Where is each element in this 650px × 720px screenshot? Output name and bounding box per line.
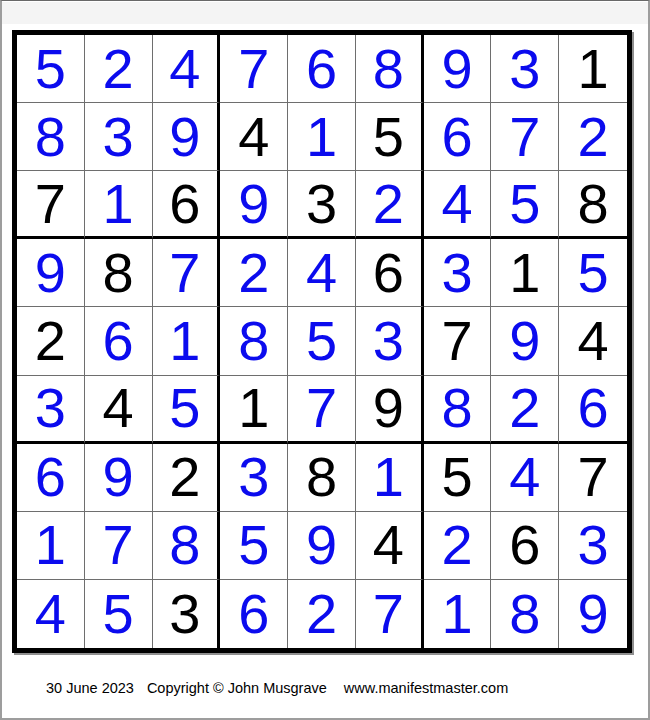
sudoku-cell-r9c4: 6 [220,580,288,648]
sudoku-cell-r5c2: 6 [85,307,153,375]
solved-digit: 3 [578,517,609,573]
given-digit: 2 [35,313,66,369]
sudoku-cell-r9c1: 4 [17,580,85,648]
solved-digit: 4 [35,586,66,642]
sudoku-cell-r7c1: 6 [17,444,85,512]
solved-digit: 9 [509,313,540,369]
sudoku-cell-r5c4: 8 [220,307,288,375]
solved-digit: 7 [373,586,404,642]
solved-digit: 8 [509,586,540,642]
solved-digit: 3 [441,245,472,301]
sudoku-cell-r9c3: 3 [153,580,221,648]
sudoku-cell-r9c2: 5 [85,580,153,648]
solved-digit: 4 [509,449,540,505]
given-digit: 8 [578,176,609,232]
solved-digit: 7 [306,380,337,436]
sudoku-cell-r4c5: 4 [288,239,356,307]
solved-digit: 2 [306,586,337,642]
given-digit: 8 [103,245,134,301]
sudoku-cell-r8c6: 4 [356,512,424,580]
solved-digit: 3 [373,313,404,369]
sudoku-cell-r4c9: 5 [559,239,627,307]
sudoku-cell-r3c5: 3 [288,171,356,239]
sudoku-cell-r5c3: 1 [153,307,221,375]
solved-digit: 3 [35,380,66,436]
sudoku-cell-r6c7: 8 [424,376,492,444]
solved-digit: 4 [306,245,337,301]
solved-digit: 4 [441,176,472,232]
given-digit: 4 [373,517,404,573]
given-digit: 6 [509,517,540,573]
sudoku-cell-r8c1: 1 [17,512,85,580]
sudoku-cell-r3c3: 6 [153,171,221,239]
given-digit: 1 [238,380,269,436]
given-digit: 6 [169,176,200,232]
sudoku-cell-r1c8: 3 [491,35,559,103]
sudoku-cell-r2c5: 1 [288,103,356,171]
given-digit: 4 [238,109,269,165]
solved-digit: 7 [509,109,540,165]
sudoku-cell-r9c7: 1 [424,580,492,648]
solved-digit: 8 [169,517,200,573]
sudoku-cell-r9c9: 9 [559,580,627,648]
solved-digit: 3 [103,109,134,165]
sudoku-board: 5247689318394156727169324589872463152618… [12,30,632,653]
given-digit: 4 [578,313,609,369]
sudoku-cell-r7c3: 2 [153,444,221,512]
sudoku-cell-r5c6: 3 [356,307,424,375]
sudoku-cell-r4c4: 2 [220,239,288,307]
given-digit: 8 [306,449,337,505]
solved-digit: 2 [578,109,609,165]
solved-digit: 6 [238,586,269,642]
given-digit: 5 [373,109,404,165]
solved-digit: 1 [373,449,404,505]
sudoku-cell-r3c8: 5 [491,171,559,239]
sudoku-cell-r7c7: 5 [424,444,492,512]
sudoku-cell-r2c8: 7 [491,103,559,171]
sudoku-cell-r3c2: 1 [85,171,153,239]
sudoku-cell-r1c1: 5 [17,35,85,103]
solved-digit: 2 [441,517,472,573]
sudoku-cell-r2c3: 9 [153,103,221,171]
solved-digit: 1 [441,586,472,642]
given-digit: 1 [578,41,609,97]
sudoku-cell-r2c1: 8 [17,103,85,171]
solved-digit: 6 [103,313,134,369]
solved-digit: 2 [509,380,540,436]
sudoku-cell-r2c4: 4 [220,103,288,171]
sudoku-cell-r8c3: 8 [153,512,221,580]
solved-digit: 1 [306,109,337,165]
sudoku-cell-r6c6: 9 [356,376,424,444]
sudoku-cell-r3c7: 4 [424,171,492,239]
sudoku-cell-r2c7: 6 [424,103,492,171]
sudoku-cell-r8c4: 5 [220,512,288,580]
sudoku-cell-r5c1: 2 [17,307,85,375]
solved-digit: 5 [238,517,269,573]
solved-digit: 8 [373,41,404,97]
solved-digit: 7 [238,41,269,97]
solved-digit: 2 [238,245,269,301]
sudoku-cell-r5c5: 5 [288,307,356,375]
given-digit: 7 [35,176,66,232]
solved-digit: 3 [238,449,269,505]
sudoku-cell-r5c8: 9 [491,307,559,375]
solved-digit: 7 [169,245,200,301]
solved-digit: 4 [169,41,200,97]
solved-digit: 5 [578,245,609,301]
sudoku-cell-r6c2: 4 [85,376,153,444]
footer-copyright: Copyright © John Musgrave [147,680,327,696]
solved-digit: 5 [103,586,134,642]
sudoku-cell-r6c3: 5 [153,376,221,444]
sudoku-cell-r8c8: 6 [491,512,559,580]
sudoku-cell-r9c8: 8 [491,580,559,648]
footer-website: www.manifestmaster.com [344,680,508,696]
footer-date: 30 June 2023 [46,680,134,696]
solved-digit: 6 [441,109,472,165]
sudoku-cell-r6c1: 3 [17,376,85,444]
sudoku-cell-r2c2: 3 [85,103,153,171]
sudoku-cell-r6c9: 6 [559,376,627,444]
sudoku-cell-r4c7: 3 [424,239,492,307]
sudoku-cell-r9c6: 7 [356,580,424,648]
sudoku-cell-r3c1: 7 [17,171,85,239]
sudoku-cell-r4c6: 6 [356,239,424,307]
sudoku-cell-r1c5: 6 [288,35,356,103]
given-digit: 7 [578,449,609,505]
sudoku-cell-r7c8: 4 [491,444,559,512]
sudoku-cell-r7c5: 8 [288,444,356,512]
solved-digit: 1 [103,176,134,232]
sudoku-cell-r3c4: 9 [220,171,288,239]
solved-digit: 5 [35,41,66,97]
solved-digit: 9 [578,586,609,642]
solved-digit: 5 [509,176,540,232]
sudoku-cell-r7c4: 3 [220,444,288,512]
sudoku-cell-r7c6: 1 [356,444,424,512]
given-digit: 3 [306,176,337,232]
sudoku-cell-r9c5: 2 [288,580,356,648]
top-band [2,2,648,24]
sudoku-cell-r6c8: 2 [491,376,559,444]
sudoku-cell-r1c3: 4 [153,35,221,103]
sudoku-cell-r2c9: 2 [559,103,627,171]
solved-digit: 5 [306,313,337,369]
sudoku-cell-r1c2: 2 [85,35,153,103]
solved-digit: 8 [441,380,472,436]
solved-digit: 1 [169,313,200,369]
solved-digit: 9 [35,245,66,301]
sudoku-cell-r4c2: 8 [85,239,153,307]
sudoku-cell-r8c2: 7 [85,512,153,580]
sudoku-cell-r8c7: 2 [424,512,492,580]
solved-digit: 9 [103,449,134,505]
given-digit: 3 [169,586,200,642]
solved-digit: 9 [238,176,269,232]
sudoku-cell-r3c9: 8 [559,171,627,239]
solved-digit: 6 [306,41,337,97]
sudoku-cell-r8c9: 3 [559,512,627,580]
sudoku-cell-r2c6: 5 [356,103,424,171]
sudoku-cell-r7c9: 7 [559,444,627,512]
solved-digit: 6 [35,449,66,505]
given-digit: 6 [373,245,404,301]
solved-digit: 2 [103,41,134,97]
sudoku-cell-r5c9: 4 [559,307,627,375]
solved-digit: 7 [103,517,134,573]
sudoku-cell-r5c7: 7 [424,307,492,375]
solved-digit: 8 [35,109,66,165]
sudoku-cell-r1c9: 1 [559,35,627,103]
given-digit: 1 [509,245,540,301]
sudoku-cell-r6c4: 1 [220,376,288,444]
sudoku-cell-r8c5: 9 [288,512,356,580]
given-digit: 7 [441,313,472,369]
solved-digit: 3 [509,41,540,97]
puzzle-page: 5247689318394156727169324589872463152618… [0,0,650,720]
solved-digit: 2 [373,176,404,232]
solved-digit: 1 [35,517,66,573]
sudoku-cell-r7c2: 9 [85,444,153,512]
given-digit: 5 [441,449,472,505]
sudoku-cell-r1c7: 9 [424,35,492,103]
sudoku-cell-r4c3: 7 [153,239,221,307]
footer: 30 June 2023Copyright © John Musgravewww… [46,680,508,696]
sudoku-cell-r3c6: 2 [356,171,424,239]
solved-digit: 9 [441,41,472,97]
sudoku-cell-r1c6: 8 [356,35,424,103]
sudoku-cell-r4c1: 9 [17,239,85,307]
solved-digit: 9 [169,109,200,165]
given-digit: 4 [103,380,134,436]
solved-digit: 9 [306,517,337,573]
solved-digit: 6 [578,380,609,436]
given-digit: 2 [169,449,200,505]
sudoku-cell-r4c8: 1 [491,239,559,307]
solved-digit: 5 [169,380,200,436]
sudoku-cell-r6c5: 7 [288,376,356,444]
solved-digit: 8 [238,313,269,369]
sudoku-cell-r1c4: 7 [220,35,288,103]
given-digit: 9 [373,380,404,436]
